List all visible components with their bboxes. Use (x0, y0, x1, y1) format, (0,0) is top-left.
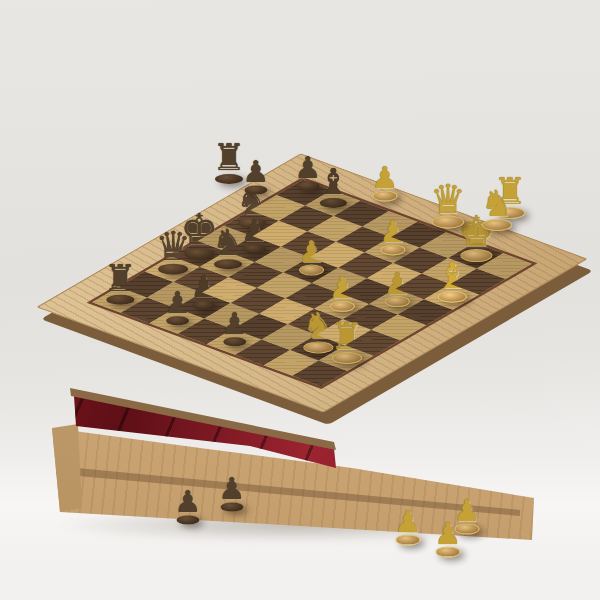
black-bishop-glyph: ♝ (317, 164, 349, 200)
chess-set-photo-scene: ♜♛♚♞♞♟♝♟♟♟♟♟♟♞♟♚♜♝ ♜♟♟♟♛♜♞♟♟♟♟♟ (0, 0, 600, 600)
white-king-glyph: ♚ (457, 211, 495, 253)
